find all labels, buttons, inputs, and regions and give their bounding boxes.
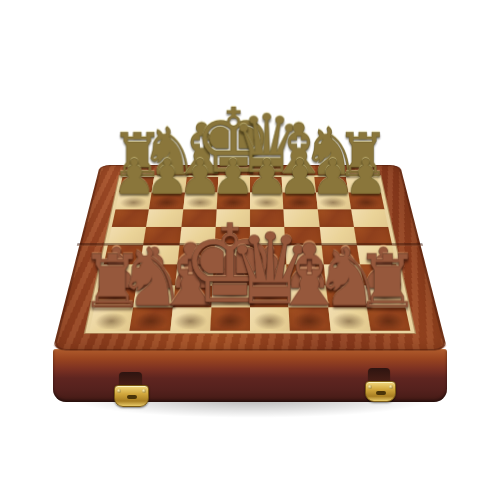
square-h2: ♟ (363, 285, 405, 307)
square-c8: ♝ (185, 177, 219, 193)
piece-brass-queen: ♛ (230, 104, 302, 185)
board-border-strip: ♜♞♝♚♛♝♞♜♟♟♟♟♟♟♟♟♟♟♟♟♟♟♟♟♜♞♝♚♛♝♞♜ (84, 175, 416, 334)
square-h3 (360, 265, 401, 286)
square-d7: ♟ (216, 193, 250, 210)
piece-copper-pawn: ♟ (206, 240, 256, 296)
square-g2: ♟ (325, 285, 366, 307)
piece-brass-knight: ♞ (140, 119, 199, 185)
piece-brass-knight: ♞ (301, 119, 360, 185)
square-b6 (146, 209, 182, 226)
square-a1: ♜ (90, 307, 134, 330)
square-h8: ♜ (346, 177, 381, 193)
square-h4 (357, 245, 397, 265)
square-d6 (215, 209, 250, 226)
piece-brass-rook: ♜ (336, 125, 390, 185)
piece-copper-pawn: ♟ (282, 240, 332, 296)
square-d3 (212, 265, 250, 286)
piece-brass-king: ♚ (194, 96, 274, 185)
square-g7: ♟ (315, 193, 350, 210)
square-e6 (250, 209, 285, 226)
chess-board: ♜♞♝♚♛♝♞♜♟♟♟♟♟♟♟♟♟♟♟♟♟♟♟♟♜♞♝♚♛♝♞♜ (52, 165, 447, 351)
square-b1: ♞ (130, 307, 173, 330)
square-a3 (99, 265, 140, 286)
piece-copper-pawn: ♟ (167, 240, 217, 296)
square-b7: ♟ (149, 193, 184, 210)
square-d1: ♚ (210, 307, 250, 330)
square-f7: ♟ (283, 193, 317, 210)
square-d8: ♚ (217, 177, 250, 193)
piece-brass-rook: ♜ (110, 125, 164, 185)
square-d4 (213, 245, 250, 265)
square-g3 (323, 265, 363, 286)
piece-brass-bishop: ♝ (267, 114, 330, 184)
square-c7: ♟ (183, 193, 217, 210)
square-g8: ♞ (314, 177, 348, 193)
square-g6 (317, 209, 353, 226)
piece-copper-pawn: ♟ (244, 240, 294, 296)
square-e3 (250, 265, 288, 286)
square-f4 (286, 245, 324, 265)
fold-seam (77, 243, 423, 245)
piece-copper-pawn: ♟ (91, 240, 141, 296)
square-b3 (137, 265, 177, 286)
square-b2: ♟ (133, 285, 174, 307)
square-c4 (177, 245, 215, 265)
square-g1: ♞ (328, 307, 371, 330)
square-h6 (351, 209, 388, 226)
square-a8: ♜ (119, 177, 154, 193)
square-c2: ♟ (172, 285, 212, 307)
square-f1: ♝ (289, 307, 330, 330)
chess-set-photo: ♜♞♝♚♛♝♞♜♟♟♟♟♟♟♟♟♟♟♟♟♟♟♟♟♜♞♝♚♛♝♞♜ (0, 0, 500, 494)
square-h1: ♜ (367, 307, 411, 330)
square-f6 (284, 209, 319, 226)
square-a2: ♟ (95, 285, 137, 307)
piece-brass-bishop: ♝ (170, 114, 233, 184)
square-d2: ♟ (211, 285, 250, 307)
square-f3 (287, 265, 326, 286)
piece-copper-pawn: ♟ (320, 240, 370, 296)
square-c1: ♝ (170, 307, 211, 330)
square-b4 (140, 245, 179, 265)
square-c3 (175, 265, 214, 286)
square-e4 (250, 245, 287, 265)
square-e1: ♛ (250, 307, 290, 330)
square-g4 (321, 245, 360, 265)
square-e7: ♟ (250, 193, 284, 210)
square-e2: ♟ (250, 285, 289, 307)
square-h7: ♟ (348, 193, 384, 210)
square-a4 (104, 245, 144, 265)
square-e8: ♛ (250, 177, 283, 193)
square-c6 (181, 209, 216, 226)
square-f2: ♟ (288, 285, 328, 307)
square-f8: ♝ (282, 177, 316, 193)
square-a7: ♟ (116, 193, 152, 210)
chess-set: ♜♞♝♚♛♝♞♜♟♟♟♟♟♟♟♟♟♟♟♟♟♟♟♟♜♞♝♚♛♝♞♜ (100, 165, 400, 465)
board-grid: ♜♞♝♚♛♝♞♜♟♟♟♟♟♟♟♟♟♟♟♟♟♟♟♟♜♞♝♚♛♝♞♜ (90, 177, 411, 331)
square-b8: ♞ (152, 177, 186, 193)
square-a6 (112, 209, 149, 226)
piece-copper-pawn: ♟ (359, 240, 409, 296)
piece-copper-pawn: ♟ (129, 240, 179, 296)
